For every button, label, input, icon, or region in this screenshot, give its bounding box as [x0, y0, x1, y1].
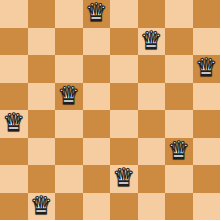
square-g3[interactable]: ♛ — [165, 138, 193, 166]
square-a5[interactable] — [0, 83, 28, 111]
square-f4[interactable] — [138, 110, 166, 138]
square-b6[interactable] — [28, 55, 56, 83]
square-d7[interactable] — [83, 28, 111, 56]
square-h6[interactable]: ♛ — [193, 55, 221, 83]
square-h2[interactable] — [193, 165, 221, 193]
square-b1[interactable]: ♛ — [28, 193, 56, 221]
square-f2[interactable] — [138, 165, 166, 193]
square-c3[interactable] — [55, 138, 83, 166]
square-b5[interactable] — [28, 83, 56, 111]
white-queen[interactable]: ♛ — [3, 110, 25, 135]
square-c6[interactable] — [55, 55, 83, 83]
square-c4[interactable] — [55, 110, 83, 138]
square-g4[interactable] — [165, 110, 193, 138]
square-e5[interactable] — [110, 83, 138, 111]
white-queen[interactable]: ♛ — [140, 28, 162, 53]
square-e3[interactable] — [110, 138, 138, 166]
square-g6[interactable] — [165, 55, 193, 83]
square-c2[interactable] — [55, 165, 83, 193]
square-d6[interactable] — [83, 55, 111, 83]
white-queen[interactable]: ♛ — [113, 165, 135, 190]
square-h7[interactable] — [193, 28, 221, 56]
white-queen[interactable]: ♛ — [58, 83, 80, 108]
square-b2[interactable] — [28, 165, 56, 193]
square-a6[interactable] — [0, 55, 28, 83]
square-d3[interactable] — [83, 138, 111, 166]
square-h1[interactable] — [193, 193, 221, 221]
square-e4[interactable] — [110, 110, 138, 138]
square-e6[interactable] — [110, 55, 138, 83]
square-d2[interactable] — [83, 165, 111, 193]
square-b8[interactable] — [28, 0, 56, 28]
square-d1[interactable] — [83, 193, 111, 221]
chess-board: ♛♛♛♛♛♛♛♛ — [0, 0, 220, 220]
square-b7[interactable] — [28, 28, 56, 56]
square-c7[interactable] — [55, 28, 83, 56]
white-queen[interactable]: ♛ — [30, 193, 52, 218]
square-a2[interactable] — [0, 165, 28, 193]
square-g8[interactable] — [165, 0, 193, 28]
square-h5[interactable] — [193, 83, 221, 111]
square-a4[interactable]: ♛ — [0, 110, 28, 138]
square-b4[interactable] — [28, 110, 56, 138]
square-a8[interactable] — [0, 0, 28, 28]
square-c8[interactable] — [55, 0, 83, 28]
square-h3[interactable] — [193, 138, 221, 166]
square-a3[interactable] — [0, 138, 28, 166]
square-g1[interactable] — [165, 193, 193, 221]
square-g2[interactable] — [165, 165, 193, 193]
square-d5[interactable] — [83, 83, 111, 111]
square-d8[interactable]: ♛ — [83, 0, 111, 28]
white-queen[interactable]: ♛ — [168, 138, 190, 163]
square-f6[interactable] — [138, 55, 166, 83]
square-h8[interactable] — [193, 0, 221, 28]
square-b3[interactable] — [28, 138, 56, 166]
square-f5[interactable] — [138, 83, 166, 111]
square-f3[interactable] — [138, 138, 166, 166]
square-c5[interactable]: ♛ — [55, 83, 83, 111]
square-f1[interactable] — [138, 193, 166, 221]
square-g7[interactable] — [165, 28, 193, 56]
square-h4[interactable] — [193, 110, 221, 138]
square-c1[interactable] — [55, 193, 83, 221]
square-e8[interactable] — [110, 0, 138, 28]
square-g5[interactable] — [165, 83, 193, 111]
square-e1[interactable] — [110, 193, 138, 221]
white-queen[interactable]: ♛ — [85, 0, 107, 25]
square-d4[interactable] — [83, 110, 111, 138]
square-f7[interactable]: ♛ — [138, 28, 166, 56]
square-a7[interactable] — [0, 28, 28, 56]
square-a1[interactable] — [0, 193, 28, 221]
square-e7[interactable] — [110, 28, 138, 56]
square-f8[interactable] — [138, 0, 166, 28]
white-queen[interactable]: ♛ — [195, 55, 217, 80]
square-e2[interactable]: ♛ — [110, 165, 138, 193]
